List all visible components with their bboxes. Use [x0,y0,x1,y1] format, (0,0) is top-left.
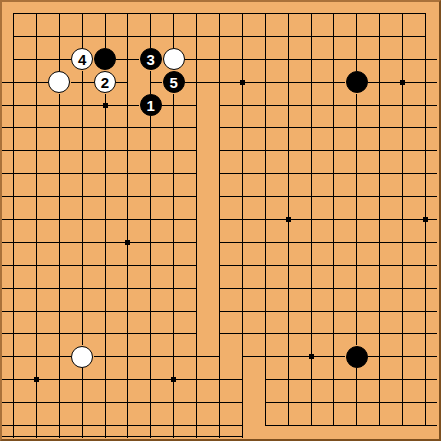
intersection [25,300,48,323]
intersection [322,231,345,254]
intersection [345,414,368,437]
intersection [414,139,437,162]
intersection [116,162,139,185]
intersection [162,368,185,391]
intersection [116,25,139,48]
intersection [2,139,25,162]
intersection [391,2,414,25]
intersection [48,139,71,162]
intersection [116,277,139,300]
intersection [2,300,25,323]
intersection [368,231,391,254]
intersection [300,231,323,254]
intersection [139,2,162,25]
intersection [25,231,48,254]
intersection [277,208,300,231]
intersection [185,345,208,368]
intersection [185,94,208,117]
intersection [345,391,368,414]
intersection [345,277,368,300]
intersection [300,48,323,71]
intersection [231,414,254,437]
intersection [322,254,345,277]
intersection [300,391,323,414]
intersection [277,2,300,25]
intersection [231,345,254,368]
intersection [254,71,277,94]
intersection [254,185,277,208]
intersection [48,277,71,300]
intersection [254,25,277,48]
intersection [94,139,117,162]
intersection [94,162,117,185]
intersection [345,116,368,139]
intersection [345,139,368,162]
intersection [2,2,25,25]
intersection [254,231,277,254]
intersection [71,116,94,139]
stone-move-number: 3 [147,52,155,67]
intersection [300,277,323,300]
intersection [208,300,231,323]
intersection [139,185,162,208]
intersection [322,300,345,323]
intersection [2,71,25,94]
intersection [391,25,414,48]
intersection [2,368,25,391]
intersection [277,391,300,414]
intersection [368,162,391,185]
intersection [162,2,185,25]
intersection [116,254,139,277]
intersection [391,322,414,345]
intersection [391,414,414,437]
intersection [25,208,48,231]
intersection [300,139,323,162]
intersection [94,254,117,277]
intersection [2,185,25,208]
intersection [94,414,117,437]
intersection [322,208,345,231]
intersection [139,25,162,48]
intersection [162,116,185,139]
intersection [277,368,300,391]
intersection [322,368,345,391]
intersection [208,414,231,437]
intersection [277,254,300,277]
intersection [414,25,437,48]
intersection [25,48,48,71]
intersection [208,322,231,345]
intersection [116,345,139,368]
star-point [171,377,176,382]
stone-white-c16 [48,71,70,93]
intersection [116,300,139,323]
intersection [414,254,437,277]
intersection [391,162,414,185]
intersection [162,185,185,208]
intersection [94,277,117,300]
intersection [25,116,48,139]
intersection [48,231,71,254]
intersection [391,208,414,231]
intersection [139,231,162,254]
intersection [48,116,71,139]
intersection [322,391,345,414]
intersection [277,185,300,208]
star-point [400,80,405,85]
intersection [162,162,185,185]
intersection [368,139,391,162]
intersection [94,94,117,117]
intersection [94,368,117,391]
intersection [139,116,162,139]
go-board: 42351 [0,0,441,441]
intersection [162,139,185,162]
intersection [48,162,71,185]
intersection [254,300,277,323]
intersection [391,185,414,208]
intersection [414,162,437,185]
intersection [414,208,437,231]
intersection [139,254,162,277]
intersection [116,414,139,437]
intersection [48,185,71,208]
intersection [208,391,231,414]
intersection [162,300,185,323]
intersection [254,368,277,391]
intersection [300,208,323,231]
intersection [139,322,162,345]
intersection [254,277,277,300]
intersection [94,391,117,414]
intersection [162,391,185,414]
intersection [94,231,117,254]
intersection [48,2,71,25]
intersection [208,185,231,208]
intersection [25,254,48,277]
intersection [162,254,185,277]
intersection [414,345,437,368]
intersection [391,231,414,254]
intersection [2,231,25,254]
intersection [277,48,300,71]
intersection [139,71,162,94]
intersection [208,25,231,48]
intersection [231,71,254,94]
intersection [322,116,345,139]
intersection [322,2,345,25]
intersection [116,139,139,162]
intersection [139,208,162,231]
intersection [231,139,254,162]
intersection [208,345,231,368]
intersection [71,185,94,208]
stone-move-number: 2 [101,75,109,90]
intersection [2,162,25,185]
intersection [391,254,414,277]
intersection [322,277,345,300]
intersection [162,25,185,48]
intersection [185,391,208,414]
go-board-grid: 42351 [2,2,437,437]
intersection [391,139,414,162]
intersection [2,25,25,48]
intersection [185,139,208,162]
intersection [231,300,254,323]
intersection [391,391,414,414]
intersection [185,414,208,437]
intersection [162,231,185,254]
intersection [48,254,71,277]
intersection [391,345,414,368]
intersection [300,254,323,277]
intersection [25,414,48,437]
intersection [368,2,391,25]
intersection [345,25,368,48]
intersection [208,2,231,25]
intersection [231,391,254,414]
intersection [254,139,277,162]
intersection [300,116,323,139]
intersection [185,71,208,94]
intersection [71,2,94,25]
intersection [25,71,48,94]
intersection [277,25,300,48]
intersection [368,322,391,345]
intersection [391,71,414,94]
intersection [71,368,94,391]
intersection [162,322,185,345]
intersection [231,2,254,25]
intersection [208,277,231,300]
stone-black-g17: 3 [140,48,162,70]
intersection [277,345,300,368]
intersection [48,414,71,437]
intersection [25,322,48,345]
intersection [391,368,414,391]
star-point [309,354,314,359]
intersection [368,277,391,300]
intersection [25,368,48,391]
intersection [94,345,117,368]
intersection [116,185,139,208]
intersection [345,368,368,391]
intersection [254,414,277,437]
stone-black-q16 [346,71,368,93]
intersection [139,368,162,391]
intersection [208,94,231,117]
star-point [34,377,39,382]
intersection [185,48,208,71]
intersection [414,300,437,323]
intersection [185,208,208,231]
intersection [277,139,300,162]
star-point [240,80,245,85]
intersection [25,345,48,368]
intersection [71,322,94,345]
star-point [423,217,428,222]
intersection [48,208,71,231]
intersection [94,300,117,323]
intersection [2,391,25,414]
stone-white-e16: 2 [94,71,116,93]
intersection [71,414,94,437]
intersection [2,254,25,277]
intersection [139,277,162,300]
stone-move-number: 1 [147,98,155,113]
intersection [254,345,277,368]
intersection [368,208,391,231]
intersection [414,322,437,345]
intersection [2,94,25,117]
intersection [368,300,391,323]
intersection [185,162,208,185]
intersection [185,368,208,391]
intersection [208,139,231,162]
intersection [162,277,185,300]
intersection [277,116,300,139]
intersection [94,2,117,25]
intersection [254,391,277,414]
intersection [300,322,323,345]
intersection [208,231,231,254]
stone-black-q4 [346,346,368,368]
intersection [254,208,277,231]
intersection [300,162,323,185]
intersection [231,116,254,139]
intersection [231,25,254,48]
intersection [391,94,414,117]
intersection [139,139,162,162]
intersection [300,300,323,323]
intersection [254,162,277,185]
star-point [103,103,108,108]
intersection [322,48,345,71]
intersection [185,116,208,139]
intersection [322,71,345,94]
intersection [322,345,345,368]
intersection [116,116,139,139]
intersection [368,116,391,139]
intersection [48,300,71,323]
intersection [414,48,437,71]
intersection [185,231,208,254]
intersection [71,254,94,277]
intersection [25,139,48,162]
intersection [300,25,323,48]
intersection [300,414,323,437]
intersection [414,277,437,300]
intersection [116,94,139,117]
intersection [231,277,254,300]
intersection [48,94,71,117]
intersection [185,300,208,323]
intersection [2,277,25,300]
intersection [277,277,300,300]
intersection [208,368,231,391]
intersection [116,71,139,94]
intersection [368,25,391,48]
intersection [345,300,368,323]
intersection [94,322,117,345]
intersection [2,48,25,71]
intersection [368,391,391,414]
intersection [345,2,368,25]
intersection [414,116,437,139]
intersection [345,322,368,345]
intersection [277,322,300,345]
intersection [414,414,437,437]
intersection [345,185,368,208]
intersection [2,208,25,231]
intersection [322,25,345,48]
intersection [345,162,368,185]
intersection [25,94,48,117]
intersection [185,2,208,25]
intersection [25,162,48,185]
stone-move-number: 5 [170,75,178,90]
stone-black-g15: 1 [140,94,162,116]
intersection [208,48,231,71]
intersection [116,231,139,254]
intersection [391,277,414,300]
intersection [231,185,254,208]
intersection [368,94,391,117]
intersection [414,368,437,391]
intersection [414,185,437,208]
intersection [208,116,231,139]
intersection [345,94,368,117]
intersection [116,2,139,25]
intersection [254,116,277,139]
intersection [71,208,94,231]
intersection [139,414,162,437]
intersection [231,208,254,231]
intersection [414,391,437,414]
intersection [162,345,185,368]
intersection [25,2,48,25]
intersection [162,414,185,437]
intersection [231,231,254,254]
intersection [116,391,139,414]
intersection [231,48,254,71]
intersection [208,208,231,231]
intersection [208,71,231,94]
intersection [116,208,139,231]
intersection [48,368,71,391]
intersection [368,345,391,368]
intersection [345,254,368,277]
intersection [300,368,323,391]
intersection [94,185,117,208]
intersection [94,116,117,139]
intersection [391,48,414,71]
intersection [345,208,368,231]
intersection [162,208,185,231]
intersection [322,322,345,345]
star-point [286,217,291,222]
intersection [71,391,94,414]
intersection [300,94,323,117]
intersection [71,162,94,185]
intersection [277,231,300,254]
intersection [322,94,345,117]
intersection [322,162,345,185]
intersection [300,71,323,94]
intersection [368,185,391,208]
intersection [254,94,277,117]
